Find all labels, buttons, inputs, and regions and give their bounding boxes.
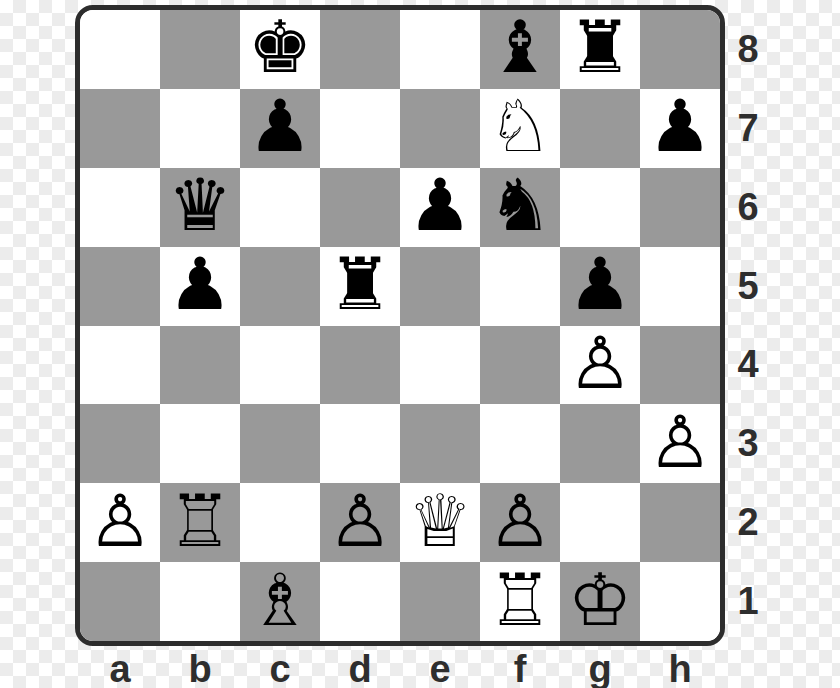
square-f1[interactable]: ♖ (480, 562, 560, 641)
piece-white-pawn[interactable]: ♙ (488, 485, 553, 557)
square-h2[interactable] (640, 483, 720, 562)
rank-label-7: 7 (728, 89, 768, 168)
file-label-e: e (400, 648, 480, 688)
piece-black-pawn[interactable]: ♟ (168, 248, 233, 320)
square-f4[interactable] (480, 326, 560, 405)
piece-white-rook[interactable]: ♖ (168, 485, 233, 557)
piece-black-king[interactable]: ♚ (248, 11, 313, 83)
piece-black-pawn[interactable]: ♟ (408, 169, 473, 241)
square-h8[interactable] (640, 10, 720, 89)
square-d7[interactable] (320, 89, 400, 168)
square-e6[interactable]: ♟ (400, 168, 480, 247)
square-g3[interactable] (560, 404, 640, 483)
piece-white-bishop[interactable]: ♗ (248, 564, 313, 636)
square-g6[interactable] (560, 168, 640, 247)
square-a4[interactable] (80, 326, 160, 405)
square-g5[interactable]: ♟ (560, 247, 640, 326)
square-h1[interactable] (640, 562, 720, 641)
piece-white-queen[interactable]: ♕ (408, 485, 473, 557)
square-e5[interactable] (400, 247, 480, 326)
square-c6[interactable] (240, 168, 320, 247)
file-label-g: g (560, 648, 640, 688)
rank-label-8: 8 (728, 10, 768, 89)
square-h3[interactable]: ♙ (640, 404, 720, 483)
square-e1[interactable] (400, 562, 480, 641)
square-c4[interactable] (240, 326, 320, 405)
rank-label-3: 3 (728, 404, 768, 483)
square-b1[interactable] (160, 562, 240, 641)
square-f7[interactable]: ♘ (480, 89, 560, 168)
square-d3[interactable] (320, 404, 400, 483)
square-b5[interactable]: ♟ (160, 247, 240, 326)
square-b8[interactable] (160, 10, 240, 89)
square-g2[interactable] (560, 483, 640, 562)
square-b3[interactable] (160, 404, 240, 483)
square-g7[interactable] (560, 89, 640, 168)
file-label-c: c (240, 648, 320, 688)
square-a8[interactable] (80, 10, 160, 89)
square-c8[interactable]: ♚ (240, 10, 320, 89)
square-a7[interactable] (80, 89, 160, 168)
piece-black-rook[interactable]: ♜ (568, 11, 633, 83)
square-b6[interactable]: ♛ (160, 168, 240, 247)
file-label-b: b (160, 648, 240, 688)
square-c2[interactable] (240, 483, 320, 562)
square-c3[interactable] (240, 404, 320, 483)
square-d8[interactable] (320, 10, 400, 89)
square-g4[interactable]: ♙ (560, 326, 640, 405)
file-label-f: f (480, 648, 560, 688)
square-a5[interactable] (80, 247, 160, 326)
rank-label-6: 6 (728, 168, 768, 247)
piece-black-knight[interactable]: ♞ (488, 169, 553, 241)
file-label-d: d (320, 648, 400, 688)
square-e4[interactable] (400, 326, 480, 405)
chess-board: ♚♝♜♟♘♟♛♟♞♟♜♟♙♙♙♖♙♕♙♗♖♔ (75, 5, 725, 646)
square-e7[interactable] (400, 89, 480, 168)
square-a3[interactable] (80, 404, 160, 483)
board-grid: ♚♝♜♟♘♟♛♟♞♟♜♟♙♙♙♖♙♕♙♗♖♔ (80, 10, 720, 641)
square-b2[interactable]: ♖ (160, 483, 240, 562)
square-d5[interactable]: ♜ (320, 247, 400, 326)
square-b4[interactable] (160, 326, 240, 405)
square-g8[interactable]: ♜ (560, 10, 640, 89)
square-c1[interactable]: ♗ (240, 562, 320, 641)
rank-label-1: 1 (728, 562, 768, 641)
rank-label-5: 5 (728, 247, 768, 326)
piece-white-pawn[interactable]: ♙ (88, 485, 153, 557)
square-f8[interactable]: ♝ (480, 10, 560, 89)
square-d2[interactable]: ♙ (320, 483, 400, 562)
piece-black-bishop[interactable]: ♝ (488, 11, 553, 83)
square-d4[interactable] (320, 326, 400, 405)
file-label-h: h (640, 648, 720, 688)
file-labels: abcdefgh (80, 648, 720, 688)
square-e3[interactable] (400, 404, 480, 483)
piece-black-rook[interactable]: ♜ (328, 248, 393, 320)
square-e2[interactable]: ♕ (400, 483, 480, 562)
square-b7[interactable] (160, 89, 240, 168)
piece-black-pawn[interactable]: ♟ (648, 90, 713, 162)
rank-label-2: 2 (728, 483, 768, 562)
piece-black-pawn[interactable]: ♟ (568, 248, 633, 320)
square-f6[interactable]: ♞ (480, 168, 560, 247)
square-a6[interactable] (80, 168, 160, 247)
piece-white-rook[interactable]: ♖ (488, 564, 553, 636)
file-label-a: a (80, 648, 160, 688)
square-h5[interactable] (640, 247, 720, 326)
square-h4[interactable] (640, 326, 720, 405)
square-f2[interactable]: ♙ (480, 483, 560, 562)
square-h7[interactable]: ♟ (640, 89, 720, 168)
square-h6[interactable] (640, 168, 720, 247)
piece-black-pawn[interactable]: ♟ (248, 90, 313, 162)
rank-labels: 87654321 (728, 10, 768, 641)
square-f3[interactable] (480, 404, 560, 483)
piece-black-queen[interactable]: ♛ (168, 169, 233, 241)
square-c7[interactable]: ♟ (240, 89, 320, 168)
square-g1[interactable]: ♔ (560, 562, 640, 641)
rank-label-4: 4 (728, 326, 768, 405)
piece-white-king[interactable]: ♔ (568, 564, 633, 636)
square-a1[interactable] (80, 562, 160, 641)
piece-white-knight[interactable]: ♘ (488, 90, 553, 162)
square-a2[interactable]: ♙ (80, 483, 160, 562)
square-d6[interactable] (320, 168, 400, 247)
square-e8[interactable] (400, 10, 480, 89)
piece-white-pawn[interactable]: ♙ (648, 406, 713, 478)
square-c5[interactable] (240, 247, 320, 326)
square-f5[interactable] (480, 247, 560, 326)
piece-white-pawn[interactable]: ♙ (568, 327, 633, 399)
piece-white-pawn[interactable]: ♙ (328, 485, 393, 557)
square-d1[interactable] (320, 562, 400, 641)
